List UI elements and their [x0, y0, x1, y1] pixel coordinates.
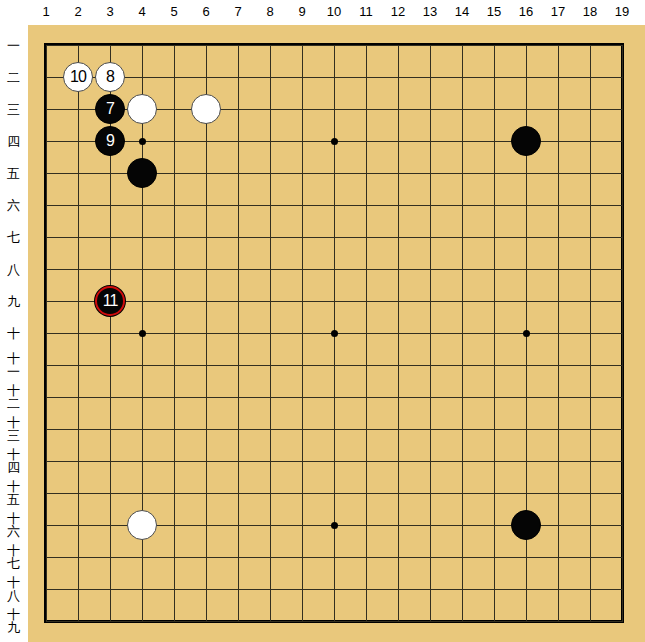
- move-number: 10: [70, 68, 86, 86]
- stone-black-3-9-last-move[interactable]: 11: [95, 286, 125, 316]
- stone-black-16-4[interactable]: [511, 126, 541, 156]
- column-label-3: 3: [106, 4, 113, 19]
- go-kifu-diagram: 12345678910111213141516171819 一二三四五六七八九十…: [0, 0, 645, 642]
- row-label-8: 八: [0, 253, 27, 285]
- column-label-4: 4: [138, 4, 145, 19]
- stone-black-3-3[interactable]: 7: [95, 94, 125, 124]
- column-label-19: 19: [615, 4, 629, 19]
- column-label-2: 2: [74, 4, 81, 19]
- column-label-10: 10: [327, 4, 341, 19]
- move-number: 11: [103, 292, 118, 310]
- move-number: 9: [106, 132, 114, 150]
- stone-black-3-4[interactable]: 9: [95, 126, 125, 156]
- column-label-5: 5: [170, 4, 177, 19]
- column-label-6: 6: [202, 4, 209, 19]
- row-label-4: 四: [0, 125, 27, 157]
- stone-white-4-3[interactable]: [127, 94, 157, 124]
- row-label-16: 十六: [0, 509, 27, 541]
- move-number: 7: [106, 100, 114, 118]
- stone-white-2-2[interactable]: 10: [63, 62, 93, 92]
- column-label-13: 13: [423, 4, 437, 19]
- stone-black-4-5[interactable]: [127, 158, 157, 188]
- row-label-1: 一: [0, 29, 27, 61]
- row-label-12: 十二: [0, 381, 27, 413]
- column-label-16: 16: [519, 4, 533, 19]
- star-point-10-4: [331, 138, 338, 145]
- row-label-9: 九: [0, 285, 27, 317]
- row-label-10: 十: [0, 317, 27, 349]
- star-point-10-10: [331, 330, 338, 337]
- star-point-10-16: [331, 522, 338, 529]
- column-label-9: 9: [298, 4, 305, 19]
- star-point-16-10: [523, 330, 530, 337]
- column-label-14: 14: [455, 4, 469, 19]
- stone-black-16-16[interactable]: [511, 510, 541, 540]
- row-label-17: 十七: [0, 541, 27, 573]
- column-label-8: 8: [266, 4, 273, 19]
- row-label-6: 六: [0, 189, 27, 221]
- column-label-18: 18: [583, 4, 597, 19]
- row-label-3: 三: [0, 93, 27, 125]
- star-point-4-10: [139, 330, 146, 337]
- star-point-4-4: [139, 138, 146, 145]
- row-label-19: 十九: [0, 605, 27, 637]
- column-label-15: 15: [487, 4, 501, 19]
- row-label-18: 十八: [0, 573, 27, 605]
- column-label-17: 17: [551, 4, 565, 19]
- row-label-11: 十一: [0, 349, 27, 381]
- column-label-11: 11: [359, 4, 373, 19]
- stone-white-6-3[interactable]: [191, 94, 221, 124]
- row-label-5: 五: [0, 157, 27, 189]
- column-label-1: 1: [42, 4, 49, 19]
- column-label-7: 7: [234, 4, 241, 19]
- column-label-12: 12: [391, 4, 405, 19]
- stone-white-4-16[interactable]: [127, 510, 157, 540]
- row-label-14: 十四: [0, 445, 27, 477]
- move-number: 8: [106, 68, 114, 86]
- stone-white-3-2[interactable]: 8: [95, 62, 125, 92]
- row-label-2: 二: [0, 61, 27, 93]
- row-label-15: 十五: [0, 477, 27, 509]
- row-label-13: 十三: [0, 413, 27, 445]
- row-label-7: 七: [0, 221, 27, 253]
